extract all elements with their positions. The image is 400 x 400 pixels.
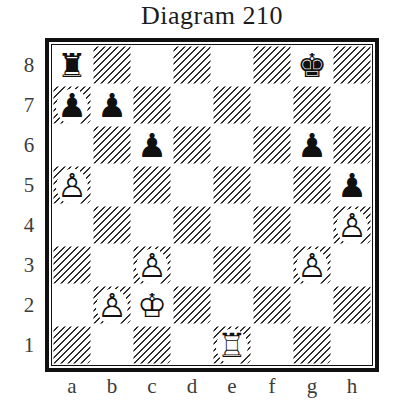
square-b8	[92, 45, 132, 85]
square-g3: ♙	[292, 245, 332, 285]
rank-label-7: 7	[17, 85, 41, 125]
square-d8	[172, 45, 212, 85]
square-f1	[252, 325, 292, 365]
square-f8	[252, 45, 292, 85]
square-f5	[252, 165, 292, 205]
rank-label-5: 5	[17, 165, 41, 205]
square-d5	[172, 165, 212, 205]
square-g7	[292, 85, 332, 125]
square-e2	[212, 285, 252, 325]
rank-labels: 87654321	[17, 45, 41, 365]
chess-board: ♜♚♟♟♟♟♙♟♙♙♙♙♔♖	[45, 38, 379, 372]
square-c2: ♔	[132, 285, 172, 325]
rank-label-3: 3	[17, 245, 41, 285]
square-e4	[212, 205, 252, 245]
piece-white-pawn-g3: ♙	[292, 245, 332, 285]
square-e8	[212, 45, 252, 85]
file-label-a: a	[52, 374, 92, 398]
rank-label-6: 6	[17, 125, 41, 165]
square-g4	[292, 205, 332, 245]
rank-label-4: 4	[17, 205, 41, 245]
square-h6	[332, 125, 372, 165]
square-g5	[292, 165, 332, 205]
square-b7: ♟	[92, 85, 132, 125]
diagram-title: Diagram 210	[45, 1, 379, 31]
square-g6: ♟	[292, 125, 332, 165]
square-b1	[92, 325, 132, 365]
square-f7	[252, 85, 292, 125]
piece-white-pawn-a5: ♙	[52, 165, 92, 205]
square-h4: ♙	[332, 205, 372, 245]
square-d6	[172, 125, 212, 165]
square-c3: ♙	[132, 245, 172, 285]
square-e7	[212, 85, 252, 125]
square-h7	[332, 85, 372, 125]
piece-black-pawn-a7: ♟	[52, 85, 92, 125]
square-b5	[92, 165, 132, 205]
square-b4	[92, 205, 132, 245]
square-d1	[172, 325, 212, 365]
square-g2	[292, 285, 332, 325]
file-label-b: b	[92, 374, 132, 398]
square-f2	[252, 285, 292, 325]
square-a4	[52, 205, 92, 245]
rank-label-2: 2	[17, 285, 41, 325]
square-c6: ♟	[132, 125, 172, 165]
chess-diagram-page: Diagram 210 87654321 ♜♚♟♟♟♟♙♟♙♙♙♙♔♖ abcd…	[0, 0, 400, 400]
piece-black-pawn-h5: ♟	[332, 165, 372, 205]
file-label-f: f	[252, 374, 292, 398]
file-labels: abcdefgh	[52, 374, 372, 398]
file-label-e: e	[212, 374, 252, 398]
square-c8	[132, 45, 172, 85]
square-d2	[172, 285, 212, 325]
square-a6	[52, 125, 92, 165]
square-b6	[92, 125, 132, 165]
square-c7	[132, 85, 172, 125]
square-d3	[172, 245, 212, 285]
piece-white-pawn-c3: ♙	[132, 245, 172, 285]
piece-white-pawn-b2: ♙	[92, 285, 132, 325]
square-h5: ♟	[332, 165, 372, 205]
square-e6	[212, 125, 252, 165]
square-f4	[252, 205, 292, 245]
square-d4	[172, 205, 212, 245]
square-a1	[52, 325, 92, 365]
square-a7: ♟	[52, 85, 92, 125]
piece-white-rook-e1: ♖	[212, 325, 252, 365]
piece-white-pawn-h4: ♙	[332, 205, 372, 245]
square-a2	[52, 285, 92, 325]
square-d7	[172, 85, 212, 125]
square-c1	[132, 325, 172, 365]
square-b3	[92, 245, 132, 285]
square-g8: ♚	[292, 45, 332, 85]
square-e5	[212, 165, 252, 205]
square-f3	[252, 245, 292, 285]
piece-white-king-c2: ♔	[132, 285, 172, 325]
square-h1	[332, 325, 372, 365]
square-h2	[332, 285, 372, 325]
square-e1: ♖	[212, 325, 252, 365]
square-h8	[332, 45, 372, 85]
square-f6	[252, 125, 292, 165]
rank-label-1: 1	[17, 325, 41, 365]
square-e3	[212, 245, 252, 285]
piece-black-pawn-c6: ♟	[132, 125, 172, 165]
square-g1	[292, 325, 332, 365]
piece-black-pawn-g6: ♟	[292, 125, 332, 165]
square-h3	[332, 245, 372, 285]
board-grid: ♜♚♟♟♟♟♙♟♙♙♙♙♔♖	[51, 44, 373, 366]
square-a8: ♜	[52, 45, 92, 85]
file-label-d: d	[172, 374, 212, 398]
square-c5	[132, 165, 172, 205]
square-a3	[52, 245, 92, 285]
file-label-h: h	[332, 374, 372, 398]
piece-black-rook-a8: ♜	[52, 45, 92, 85]
square-c4	[132, 205, 172, 245]
file-label-c: c	[132, 374, 172, 398]
piece-black-king-g8: ♚	[292, 45, 332, 85]
square-a5: ♙	[52, 165, 92, 205]
rank-label-8: 8	[17, 45, 41, 85]
piece-black-pawn-b7: ♟	[92, 85, 132, 125]
file-label-g: g	[292, 374, 332, 398]
square-b2: ♙	[92, 285, 132, 325]
